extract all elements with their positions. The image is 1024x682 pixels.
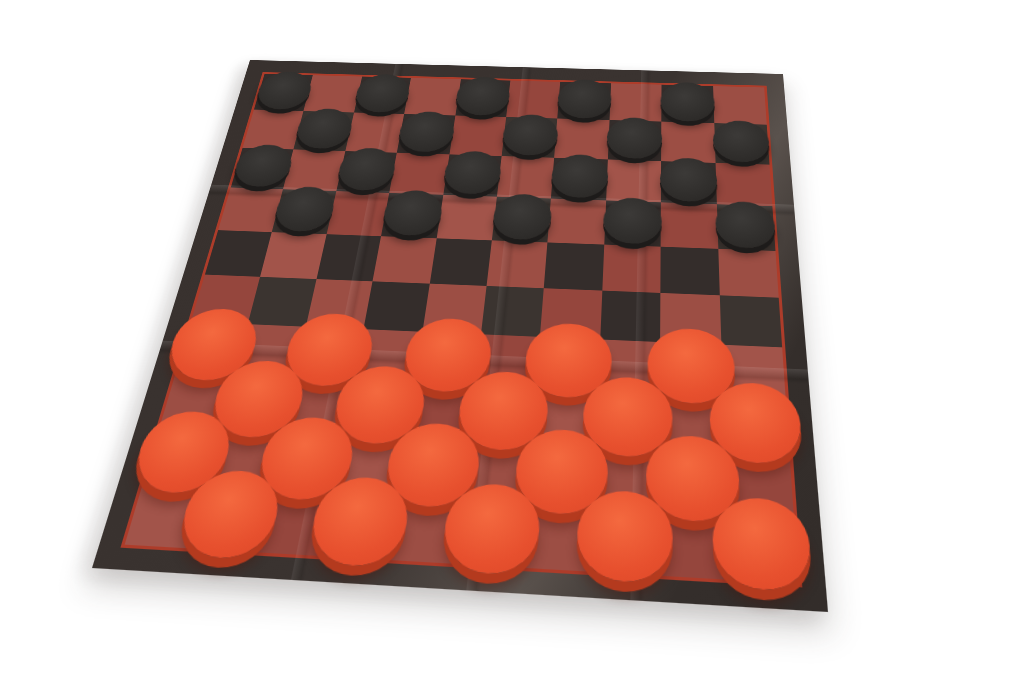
board-square-dark[interactable] (381, 193, 443, 238)
board-square-red (373, 236, 437, 284)
board-square-dark[interactable] (719, 295, 782, 347)
board-square-dark[interactable] (661, 161, 716, 204)
checker-piece-black[interactable] (454, 76, 512, 116)
board-square-dark[interactable] (600, 291, 661, 343)
board-square-red (487, 240, 548, 288)
board-square-dark[interactable] (336, 151, 397, 193)
checker-piece-black[interactable] (501, 114, 559, 156)
checker-piece-black[interactable] (557, 79, 613, 119)
board-square-dark[interactable] (269, 432, 344, 493)
board-square-dark[interactable] (397, 114, 455, 154)
checker-piece-black[interactable] (715, 201, 776, 249)
board-square-dark[interactable] (536, 337, 600, 392)
board-square-dark[interactable] (468, 386, 536, 444)
board-playing-area (120, 72, 802, 587)
checker-piece-black[interactable] (380, 190, 444, 237)
checkers-mat (92, 60, 828, 612)
checker-piece-black[interactable] (396, 111, 456, 153)
board-square-red (404, 78, 460, 116)
board-square-dark[interactable] (608, 120, 662, 161)
board-square-dark[interactable] (527, 445, 595, 508)
board-square-red (602, 244, 661, 293)
checker-piece-black[interactable] (660, 158, 718, 203)
checker-piece-black[interactable] (713, 120, 771, 163)
board-square-red (609, 83, 661, 122)
board-square-red (260, 232, 326, 279)
board-square-dark[interactable] (321, 494, 397, 560)
board-square-dark[interactable] (429, 238, 491, 286)
checker-piece-black[interactable] (603, 197, 662, 245)
board-square-dark[interactable] (502, 117, 558, 157)
board-square-dark[interactable] (294, 327, 363, 381)
board-square-dark[interactable] (492, 197, 551, 242)
board-square-dark[interactable] (659, 451, 726, 515)
board-square-dark[interactable] (397, 438, 469, 500)
checker-piece-black[interactable] (335, 148, 398, 192)
checker-piece-black[interactable] (550, 154, 609, 199)
board-square-dark[interactable] (272, 189, 336, 233)
board-square-red (661, 202, 718, 248)
checker-piece-black[interactable] (660, 82, 715, 122)
board-square-dark[interactable] (221, 375, 294, 432)
board-square-red (718, 249, 779, 298)
board-square-dark[interactable] (455, 79, 510, 117)
board-square-red (606, 159, 661, 202)
board-square-red (548, 199, 606, 245)
board-square-dark[interactable] (723, 398, 790, 458)
board-square-dark[interactable] (294, 111, 354, 151)
board-square-dark[interactable] (354, 77, 411, 115)
board-square-dark[interactable] (717, 204, 776, 250)
checker-piece-black[interactable] (353, 74, 413, 113)
board-square-dark[interactable] (364, 281, 430, 332)
board-square-dark[interactable] (660, 342, 723, 398)
checker-piece-black[interactable] (491, 193, 553, 240)
board-square-dark[interactable] (661, 85, 713, 124)
board-square-dark[interactable] (604, 201, 661, 247)
board-square-dark[interactable] (714, 123, 770, 164)
board-square-dark[interactable] (189, 487, 268, 552)
board-square-red (345, 113, 404, 153)
board-square-dark[interactable] (414, 332, 481, 386)
board-square-dark[interactable] (726, 515, 798, 584)
board-square-dark[interactable] (316, 234, 381, 281)
board-square-dark[interactable] (558, 82, 611, 120)
board-square-dark[interactable] (143, 426, 221, 487)
photo-background (0, 0, 1024, 682)
board-square-dark[interactable] (661, 246, 720, 295)
board-square-dark[interactable] (590, 508, 659, 576)
board-square-red (436, 195, 497, 240)
board-square-red (554, 119, 609, 160)
board-square-red (449, 116, 506, 156)
board-square-dark[interactable] (344, 381, 415, 439)
board-square-red (497, 156, 555, 199)
checker-piece-black[interactable] (442, 151, 503, 195)
board-square-dark[interactable] (481, 286, 544, 337)
board-square-red (661, 122, 715, 163)
board-square-red (304, 75, 362, 113)
board-square-red (715, 163, 772, 207)
board-square-dark[interactable] (595, 392, 660, 451)
board-square-red (389, 153, 449, 195)
board-square-dark[interactable] (544, 242, 604, 290)
board-square-red (506, 81, 560, 119)
board-square-red (713, 86, 767, 125)
board-square-red (327, 191, 390, 236)
board-square-dark[interactable] (551, 158, 607, 201)
board-square-dark[interactable] (443, 154, 502, 197)
board-square-dark[interactable] (454, 501, 527, 568)
board-square-red (283, 149, 345, 191)
board-square-dark[interactable] (176, 322, 248, 375)
checker-piece-black[interactable] (607, 117, 663, 159)
